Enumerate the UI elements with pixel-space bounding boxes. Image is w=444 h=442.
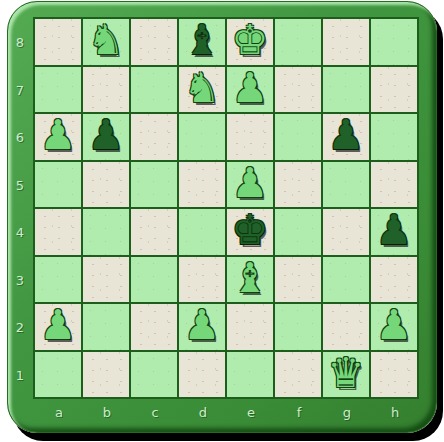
square-g1[interactable]: ♛ [323, 352, 369, 398]
piece-white-bishop: ♝ [232, 258, 269, 299]
square-c1[interactable] [131, 352, 177, 398]
square-g5[interactable] [323, 162, 369, 208]
rank-label-6: 6 [9, 114, 31, 162]
square-b4[interactable] [83, 209, 129, 255]
square-c4[interactable] [131, 209, 177, 255]
file-label-a: a [35, 400, 83, 424]
piece-white-knight: ♞ [184, 68, 221, 109]
square-f2[interactable] [275, 304, 321, 350]
rank-label-5: 5 [9, 162, 31, 210]
square-c6[interactable] [131, 114, 177, 160]
file-label-b: b [83, 400, 131, 424]
rank-label-4: 4 [9, 209, 31, 257]
square-a6[interactable]: ♟ [35, 114, 81, 160]
square-d2[interactable]: ♟ [179, 304, 225, 350]
piece-black-pawn: ♟ [376, 210, 413, 251]
piece-white-pawn: ♟ [184, 305, 221, 346]
rank-label-8: 8 [9, 19, 31, 67]
square-e7[interactable]: ♟ [227, 67, 273, 113]
square-b3[interactable] [83, 257, 129, 303]
square-e1[interactable] [227, 352, 273, 398]
square-d6[interactable] [179, 114, 225, 160]
page: { "game": "chess", "position": { "fen": … [0, 0, 444, 442]
piece-black-pawn: ♟ [88, 115, 125, 156]
square-g7[interactable] [323, 67, 369, 113]
square-e6[interactable] [227, 114, 273, 160]
square-a5[interactable] [35, 162, 81, 208]
piece-white-pawn: ♟ [232, 163, 269, 204]
square-b6[interactable]: ♟ [83, 114, 129, 160]
chess-board: ♞♝♚♞♟♟♟♟♟♚♟♝♟♟♟♛ [33, 17, 419, 399]
file-labels: abcdefgh [35, 400, 419, 424]
square-f6[interactable] [275, 114, 321, 160]
square-f1[interactable] [275, 352, 321, 398]
square-h1[interactable] [371, 352, 417, 398]
square-d3[interactable] [179, 257, 225, 303]
rank-label-2: 2 [9, 304, 31, 352]
square-e4[interactable]: ♚ [227, 209, 273, 255]
piece-white-pawn: ♟ [376, 305, 413, 346]
square-b7[interactable] [83, 67, 129, 113]
square-e3[interactable]: ♝ [227, 257, 273, 303]
square-d1[interactable] [179, 352, 225, 398]
square-a2[interactable]: ♟ [35, 304, 81, 350]
square-e8[interactable]: ♚ [227, 19, 273, 65]
file-label-e: e [227, 400, 275, 424]
square-a8[interactable] [35, 19, 81, 65]
square-b8[interactable]: ♞ [83, 19, 129, 65]
square-g2[interactable] [323, 304, 369, 350]
file-label-c: c [131, 400, 179, 424]
square-h6[interactable] [371, 114, 417, 160]
square-h4[interactable]: ♟ [371, 209, 417, 255]
square-g8[interactable] [323, 19, 369, 65]
rank-labels: 87654321 [9, 19, 31, 399]
rank-label-1: 1 [9, 352, 31, 400]
piece-black-king: ♚ [232, 210, 269, 251]
piece-white-pawn: ♟ [232, 68, 269, 109]
square-h7[interactable] [371, 67, 417, 113]
rank-label-7: 7 [9, 67, 31, 115]
square-g4[interactable] [323, 209, 369, 255]
square-d7[interactable]: ♞ [179, 67, 225, 113]
square-a7[interactable] [35, 67, 81, 113]
square-c8[interactable] [131, 19, 177, 65]
piece-white-pawn: ♟ [40, 305, 77, 346]
piece-black-pawn: ♟ [328, 115, 365, 156]
square-c5[interactable] [131, 162, 177, 208]
square-c7[interactable] [131, 67, 177, 113]
square-f8[interactable] [275, 19, 321, 65]
piece-white-pawn: ♟ [40, 115, 77, 156]
square-h2[interactable]: ♟ [371, 304, 417, 350]
square-e5[interactable]: ♟ [227, 162, 273, 208]
square-a4[interactable] [35, 209, 81, 255]
piece-black-bishop: ♝ [184, 20, 221, 61]
square-b2[interactable] [83, 304, 129, 350]
file-label-g: g [323, 400, 371, 424]
square-f3[interactable] [275, 257, 321, 303]
square-h3[interactable] [371, 257, 417, 303]
square-d4[interactable] [179, 209, 225, 255]
square-a3[interactable] [35, 257, 81, 303]
square-h8[interactable] [371, 19, 417, 65]
square-e2[interactable] [227, 304, 273, 350]
file-label-d: d [179, 400, 227, 424]
square-c3[interactable] [131, 257, 177, 303]
square-b1[interactable] [83, 352, 129, 398]
square-g3[interactable] [323, 257, 369, 303]
piece-white-king: ♚ [232, 20, 269, 61]
file-label-h: h [371, 400, 419, 424]
square-a1[interactable] [35, 352, 81, 398]
square-b5[interactable] [83, 162, 129, 208]
piece-white-queen: ♛ [328, 353, 365, 394]
square-f7[interactable] [275, 67, 321, 113]
rank-label-3: 3 [9, 257, 31, 305]
square-f4[interactable] [275, 209, 321, 255]
square-g6[interactable]: ♟ [323, 114, 369, 160]
square-d8[interactable]: ♝ [179, 19, 225, 65]
square-f5[interactable] [275, 162, 321, 208]
square-c2[interactable] [131, 304, 177, 350]
piece-white-knight: ♞ [88, 20, 125, 61]
square-h5[interactable] [371, 162, 417, 208]
file-label-f: f [275, 400, 323, 424]
square-d5[interactable] [179, 162, 225, 208]
